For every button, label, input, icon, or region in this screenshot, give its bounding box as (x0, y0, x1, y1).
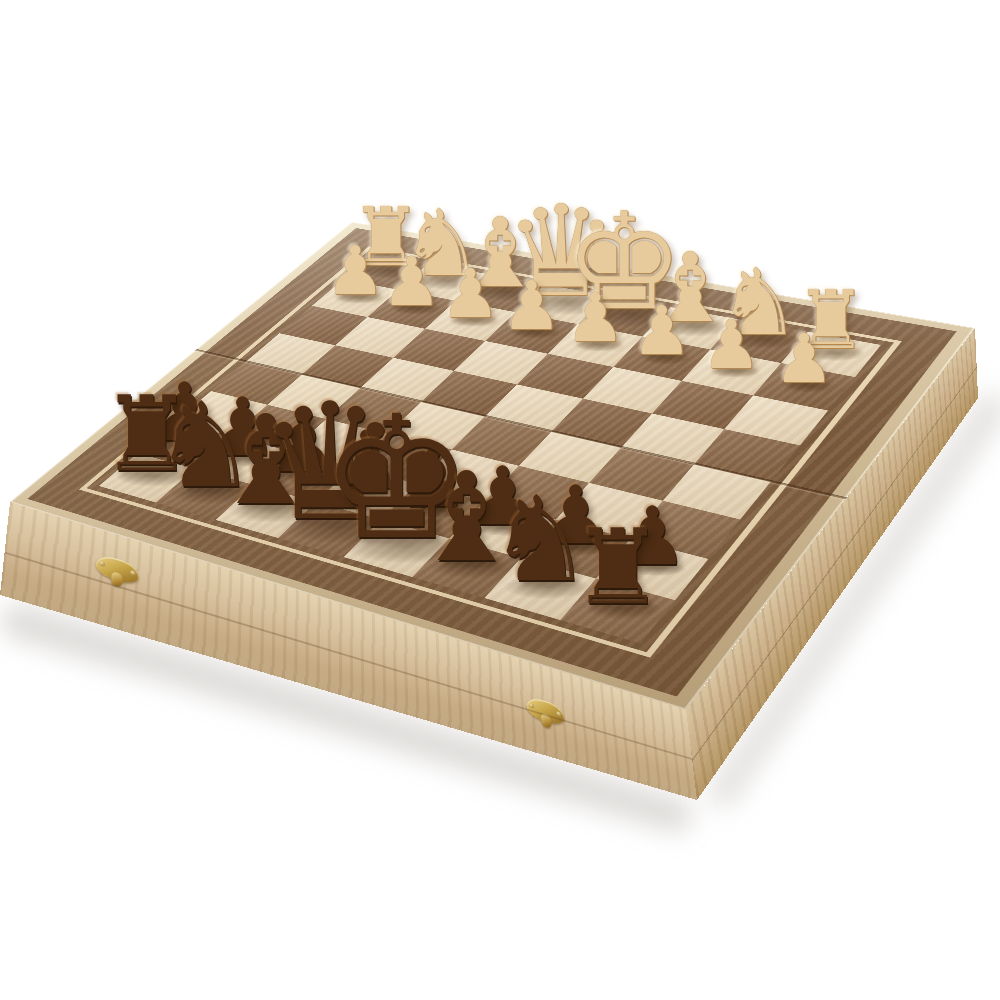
brass-clasp-left (95, 553, 139, 587)
clasp-knob (540, 713, 551, 729)
light-pawn-glyph: ♟ (632, 297, 692, 364)
light-pawn-glyph: ♟ (501, 271, 561, 338)
light-pawn-glyph: ♟ (701, 311, 761, 378)
light-pawn-glyph: ♟ (381, 248, 441, 315)
dark-rook-glyph: ♜ (571, 516, 664, 620)
light-pawn-glyph: ♟ (440, 259, 500, 326)
light-pawn-glyph: ♟ (774, 325, 834, 392)
light-pawn-glyph: ♟ (325, 236, 385, 303)
brass-clasp-right (525, 696, 564, 728)
light-pawn-glyph: ♟ (565, 284, 625, 351)
chess-set-photo: ♜♞♝♛♚♝♞♜♟♟♟♟♟♟♟♟♟♟♟♟♟♟♟♟♜♞♝♛♚♝♞♜ (0, 0, 1000, 1000)
clasp-screw-icon (529, 703, 534, 709)
clasp-screw-icon (556, 711, 561, 717)
